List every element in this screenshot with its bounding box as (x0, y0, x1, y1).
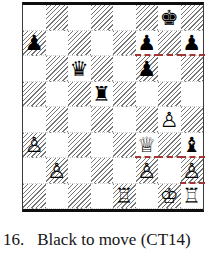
square-b2: ♙ (46, 158, 69, 184)
square-d3 (91, 133, 114, 159)
square-g7 (158, 31, 181, 57)
square-b5 (46, 82, 69, 108)
square-a2 (23, 158, 46, 184)
square-g4: ♙ (158, 107, 181, 133)
square-d1 (91, 184, 114, 210)
square-e7 (113, 31, 136, 57)
piece-white-pawn: ♙ (137, 161, 156, 182)
square-g1: ♔ (158, 184, 181, 210)
piece-black-pawn: ♟ (25, 33, 44, 54)
square-f2: ♙ (136, 158, 159, 184)
piece-white-rook: ♖ (182, 186, 201, 207)
square-f8 (136, 5, 159, 31)
square-a3: ♙ (23, 133, 46, 159)
square-e4 (113, 107, 136, 133)
square-h3: ♝ (181, 133, 204, 159)
piece-white-pawn: ♙ (160, 110, 179, 131)
square-h8 (181, 5, 204, 31)
square-e2 (113, 158, 136, 184)
square-g3 (158, 133, 181, 159)
square-d6 (91, 56, 114, 82)
square-c7 (68, 31, 91, 57)
piece-black-queen: ♛ (70, 59, 89, 80)
piece-black-rook: ♜ (92, 84, 111, 105)
square-f1 (136, 184, 159, 210)
square-e8 (113, 5, 136, 31)
square-c3 (68, 133, 91, 159)
square-d7 (91, 31, 114, 57)
piece-white-pawn: ♙ (47, 161, 66, 182)
square-f7: ♟ (136, 31, 159, 57)
piece-white-pawn: ♙ (182, 161, 201, 182)
square-e6 (113, 56, 136, 82)
square-b3 (46, 133, 69, 159)
square-f6: ♟ (136, 56, 159, 82)
square-f3: ♕ (136, 133, 159, 159)
square-a5 (23, 82, 46, 108)
piece-black-pawn: ♟ (137, 33, 156, 54)
square-h6 (181, 56, 204, 82)
square-h2: ♙ (181, 158, 204, 184)
diagram-caption: 16.Black to move (CT14) (3, 230, 191, 250)
square-f5 (136, 82, 159, 108)
piece-black-pawn: ♟ (182, 33, 201, 54)
square-a6 (23, 56, 46, 82)
chess-board-frame: ♚♟♟♟♛♟♜♙♙♕♝♙♙♙♖♔♖ (22, 2, 204, 212)
square-d5: ♜ (91, 82, 114, 108)
piece-black-bishop: ♝ (182, 135, 201, 156)
square-c4 (68, 107, 91, 133)
square-b7 (46, 31, 69, 57)
square-c8 (68, 5, 91, 31)
square-f4 (136, 107, 159, 133)
square-b8 (46, 5, 69, 31)
piece-white-rook: ♖ (115, 186, 134, 207)
caption-text: Black to move (CT14) (37, 230, 190, 249)
square-c2 (68, 158, 91, 184)
square-d8 (91, 5, 114, 31)
square-e5 (113, 82, 136, 108)
piece-white-king: ♔ (160, 186, 179, 207)
scanned-chess-diagram-page: ♚♟♟♟♛♟♜♙♙♕♝♙♙♙♖♔♖ 16.Black to move (CT14… (0, 0, 209, 254)
square-h7: ♟ (181, 31, 204, 57)
square-b6 (46, 56, 69, 82)
piece-black-pawn: ♟ (137, 59, 156, 80)
square-c1 (68, 184, 91, 210)
piece-black-king: ♚ (160, 8, 179, 29)
square-a8 (23, 5, 46, 31)
square-g8: ♚ (158, 5, 181, 31)
diagram-number: 16. (3, 230, 24, 249)
square-g6 (158, 56, 181, 82)
square-d2 (91, 158, 114, 184)
piece-white-queen: ♕ (137, 135, 156, 156)
square-c5 (68, 82, 91, 108)
chess-board: ♚♟♟♟♛♟♜♙♙♕♝♙♙♙♖♔♖ (23, 5, 203, 209)
square-b4 (46, 107, 69, 133)
square-g2 (158, 158, 181, 184)
piece-white-pawn: ♙ (25, 135, 44, 156)
square-h4 (181, 107, 204, 133)
square-a7: ♟ (23, 31, 46, 57)
square-a1 (23, 184, 46, 210)
square-c6: ♛ (68, 56, 91, 82)
square-b1 (46, 184, 69, 210)
square-d4 (91, 107, 114, 133)
square-h1: ♖ (181, 184, 204, 210)
square-a4 (23, 107, 46, 133)
square-e1: ♖ (113, 184, 136, 210)
square-h5 (181, 82, 204, 108)
square-e3 (113, 133, 136, 159)
square-g5 (158, 82, 181, 108)
